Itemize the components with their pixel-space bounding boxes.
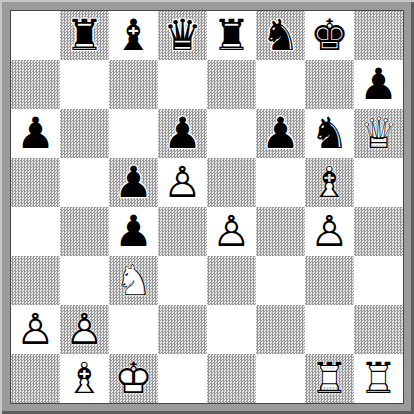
white-king-outline: ♔ xyxy=(109,354,158,403)
square-c1: ♚♔ xyxy=(109,354,158,403)
square-c7 xyxy=(109,60,158,109)
square-a5 xyxy=(11,158,60,207)
square-d6: ♟ xyxy=(158,109,207,158)
piece-black-knight: ♞ xyxy=(256,11,305,60)
square-d1 xyxy=(158,354,207,403)
piece-white-knight: ♞♘ xyxy=(109,256,158,305)
square-h8 xyxy=(354,11,403,60)
square-c8: ♝ xyxy=(109,11,158,60)
square-a8 xyxy=(11,11,60,60)
piece-white-pawn: ♟♙ xyxy=(11,305,60,354)
square-b8: ♜ xyxy=(60,11,109,60)
square-e7 xyxy=(207,60,256,109)
square-d4 xyxy=(158,207,207,256)
white-pawn-outline: ♙ xyxy=(207,207,256,256)
piece-white-queen: ♛♕ xyxy=(354,109,403,158)
square-a3 xyxy=(11,256,60,305)
black-pawn-glyph: ♟ xyxy=(158,109,207,158)
piece-black-king: ♚ xyxy=(305,11,354,60)
piece-black-queen: ♛ xyxy=(158,11,207,60)
square-h3 xyxy=(354,256,403,305)
black-pawn-glyph: ♟ xyxy=(11,109,60,158)
piece-white-rook: ♜♖ xyxy=(354,354,403,403)
white-pawn-outline: ♙ xyxy=(158,158,207,207)
piece-white-pawn: ♟♙ xyxy=(305,207,354,256)
square-h5 xyxy=(354,158,403,207)
piece-white-rook: ♜♖ xyxy=(305,354,354,403)
white-pawn-outline: ♙ xyxy=(60,305,109,354)
piece-white-pawn: ♟♙ xyxy=(207,207,256,256)
square-h2 xyxy=(354,305,403,354)
square-a6: ♟ xyxy=(11,109,60,158)
square-c6 xyxy=(109,109,158,158)
square-f4 xyxy=(256,207,305,256)
square-b1: ♝♗ xyxy=(60,354,109,403)
white-knight-outline: ♘ xyxy=(109,256,158,305)
square-d5: ♟♙ xyxy=(158,158,207,207)
piece-black-rook: ♜ xyxy=(60,11,109,60)
square-c5: ♟ xyxy=(109,158,158,207)
piece-black-pawn: ♟ xyxy=(256,109,305,158)
square-d8: ♛ xyxy=(158,11,207,60)
square-c3: ♞♘ xyxy=(109,256,158,305)
square-d3 xyxy=(158,256,207,305)
square-f3 xyxy=(256,256,305,305)
square-c2 xyxy=(109,305,158,354)
black-pawn-glyph: ♟ xyxy=(354,60,403,109)
square-a2: ♟♙ xyxy=(11,305,60,354)
square-a4 xyxy=(11,207,60,256)
square-e1 xyxy=(207,354,256,403)
square-b3 xyxy=(60,256,109,305)
square-d7 xyxy=(158,60,207,109)
white-queen-outline: ♕ xyxy=(354,109,403,158)
piece-black-pawn: ♟ xyxy=(11,109,60,158)
white-pawn-outline: ♙ xyxy=(11,305,60,354)
white-bishop-outline: ♗ xyxy=(305,158,354,207)
square-e5 xyxy=(207,158,256,207)
square-h7: ♟ xyxy=(354,60,403,109)
piece-black-pawn: ♟ xyxy=(354,60,403,109)
square-f6: ♟ xyxy=(256,109,305,158)
black-bishop-glyph: ♝ xyxy=(109,11,158,60)
square-f2 xyxy=(256,305,305,354)
black-pawn-glyph: ♟ xyxy=(109,158,158,207)
square-d2 xyxy=(158,305,207,354)
black-king-glyph: ♚ xyxy=(305,11,354,60)
piece-black-pawn: ♟ xyxy=(109,207,158,256)
chess-board: ♜♝♛♜♞♚♟♟♟♟♞♛♕♟♟♙♝♗♟♟♙♟♙♞♘♟♙♟♙♝♗♚♔♜♖♜♖ xyxy=(10,10,404,404)
black-knight-glyph: ♞ xyxy=(256,11,305,60)
square-g3 xyxy=(305,256,354,305)
piece-white-king: ♚♔ xyxy=(109,354,158,403)
board-frame: ♜♝♛♜♞♚♟♟♟♟♞♛♕♟♟♙♝♗♟♟♙♟♙♞♘♟♙♟♙♝♗♚♔♜♖♜♖ xyxy=(0,0,414,414)
white-pawn-outline: ♙ xyxy=(305,207,354,256)
square-f8: ♞ xyxy=(256,11,305,60)
white-bishop-outline: ♗ xyxy=(60,354,109,403)
piece-black-rook: ♜ xyxy=(207,11,256,60)
black-rook-glyph: ♜ xyxy=(60,11,109,60)
square-e2 xyxy=(207,305,256,354)
square-f5 xyxy=(256,158,305,207)
piece-white-pawn: ♟♙ xyxy=(158,158,207,207)
square-h4 xyxy=(354,207,403,256)
square-e4: ♟♙ xyxy=(207,207,256,256)
black-pawn-glyph: ♟ xyxy=(256,109,305,158)
square-b5 xyxy=(60,158,109,207)
square-c4: ♟ xyxy=(109,207,158,256)
square-f7 xyxy=(256,60,305,109)
square-g2 xyxy=(305,305,354,354)
square-g4: ♟♙ xyxy=(305,207,354,256)
square-h1: ♜♖ xyxy=(354,354,403,403)
square-b2: ♟♙ xyxy=(60,305,109,354)
piece-white-bishop: ♝♗ xyxy=(60,354,109,403)
square-e3 xyxy=(207,256,256,305)
square-g1: ♜♖ xyxy=(305,354,354,403)
square-g8: ♚ xyxy=(305,11,354,60)
black-knight-glyph: ♞ xyxy=(305,109,354,158)
square-f1 xyxy=(256,354,305,403)
square-h6: ♛♕ xyxy=(354,109,403,158)
square-b4 xyxy=(60,207,109,256)
black-queen-glyph: ♛ xyxy=(158,11,207,60)
square-a1 xyxy=(11,354,60,403)
black-rook-glyph: ♜ xyxy=(207,11,256,60)
white-rook-outline: ♖ xyxy=(305,354,354,403)
white-rook-outline: ♖ xyxy=(354,354,403,403)
square-g6: ♞ xyxy=(305,109,354,158)
square-e6 xyxy=(207,109,256,158)
square-g5: ♝♗ xyxy=(305,158,354,207)
piece-white-bishop: ♝♗ xyxy=(305,158,354,207)
piece-black-bishop: ♝ xyxy=(109,11,158,60)
piece-white-pawn: ♟♙ xyxy=(60,305,109,354)
square-b6 xyxy=(60,109,109,158)
piece-black-pawn: ♟ xyxy=(158,109,207,158)
black-pawn-glyph: ♟ xyxy=(109,207,158,256)
square-a7 xyxy=(11,60,60,109)
piece-black-pawn: ♟ xyxy=(109,158,158,207)
square-b7 xyxy=(60,60,109,109)
square-e8: ♜ xyxy=(207,11,256,60)
square-g7 xyxy=(305,60,354,109)
piece-black-knight: ♞ xyxy=(305,109,354,158)
